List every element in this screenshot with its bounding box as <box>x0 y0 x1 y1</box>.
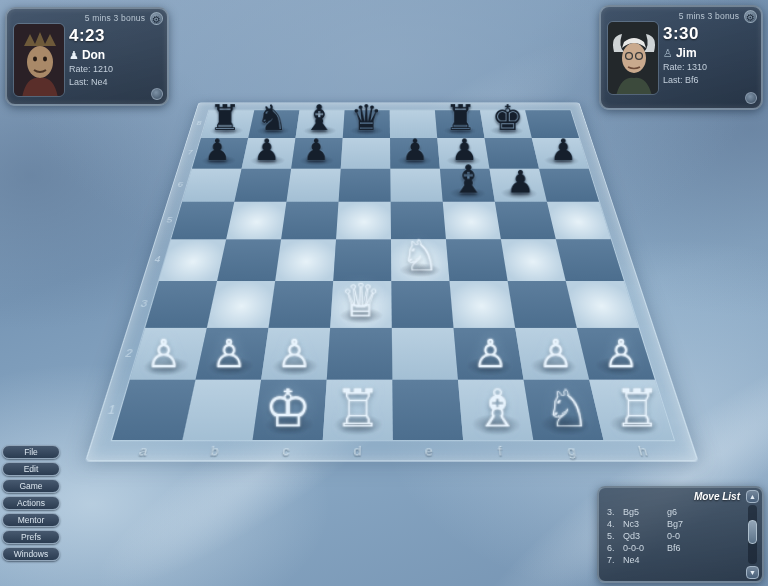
piece-shadow <box>339 307 383 323</box>
move-number[interactable]: 3. <box>607 506 623 518</box>
square-a7[interactable]: ♟ <box>192 138 248 168</box>
square-b7[interactable]: ♟ <box>242 138 296 168</box>
square-e3[interactable] <box>391 281 453 328</box>
piece-shadow <box>249 155 286 166</box>
piece-shadow <box>302 126 337 136</box>
piece-shadow <box>399 263 441 278</box>
white-pawn-icon: ♟ <box>69 49 79 62</box>
piece-shadow <box>443 126 478 136</box>
piece-shadow <box>263 414 315 435</box>
square-g7[interactable] <box>485 138 539 168</box>
square-h5[interactable] <box>547 202 611 239</box>
square-d8[interactable]: ♛ <box>343 110 390 138</box>
player-card-black: ⚙ 5 mins 3 bonus 3:30 ♙Jim Rate: 1310 La… <box>599 5 763 110</box>
black-clock: 3:30 <box>663 24 755 44</box>
file-label-h: h <box>605 444 680 458</box>
piece-shadow <box>465 357 514 375</box>
move-row-4: 4.Nc3Bg7 <box>607 518 740 530</box>
move-number[interactable]: 5. <box>607 530 623 542</box>
square-h7[interactable]: ♟ <box>532 138 589 168</box>
square-f8[interactable]: ♜ <box>435 110 485 138</box>
square-a5[interactable] <box>171 202 234 239</box>
black-move[interactable]: 0-0 <box>667 530 707 542</box>
square-a3[interactable] <box>145 281 217 328</box>
menu-button-edit[interactable]: Edit <box>2 462 60 476</box>
square-c8[interactable]: ♝ <box>296 110 345 138</box>
chessboard[interactable]: ♜♞♝♛♜♚♟♟♟♟♟♟♝♟♘♕♙♙♙♙♙♙♔♖♗♘♖ <box>111 110 676 442</box>
avatar-white-don <box>13 23 65 97</box>
square-e4[interactable]: ♘ <box>391 239 450 281</box>
black-move[interactable]: Bg7 <box>667 518 707 530</box>
piece-shadow <box>543 155 581 166</box>
black-move[interactable]: g6 <box>667 506 707 518</box>
menu-button-actions[interactable]: Actions <box>2 496 60 510</box>
white-move[interactable]: Bg5 <box>623 506 667 518</box>
piece-shadow <box>206 357 256 375</box>
piece-shadow <box>449 187 487 199</box>
white-move[interactable]: Ne4 <box>623 554 667 566</box>
badge-icon[interactable] <box>745 92 757 104</box>
black-last-move: Last: Bf6 <box>663 75 755 86</box>
square-f2[interactable]: ♙ <box>453 327 523 380</box>
white-rating: Rate: 1210 <box>69 64 161 75</box>
square-e5[interactable] <box>391 202 446 239</box>
square-c1[interactable]: ♔ <box>253 380 327 440</box>
white-move[interactable]: Nc3 <box>623 518 667 530</box>
move-list-scrollbar: ▲ ▼ <box>745 490 760 579</box>
move-row-5: 5.Qd30-0 <box>607 530 740 542</box>
square-d1[interactable]: ♖ <box>323 380 393 440</box>
file-label-f: f <box>464 444 537 458</box>
move-list-panel: Move List 3.Bg5g64.Nc3Bg75.Qd30-06.0-0-0… <box>597 486 764 583</box>
piece-shadow <box>208 126 244 136</box>
square-c5[interactable] <box>281 202 338 239</box>
square-f3[interactable] <box>449 281 515 328</box>
square-a8[interactable]: ♜ <box>201 110 254 138</box>
square-f5[interactable] <box>443 202 501 239</box>
white-move[interactable]: Qd3 <box>623 530 667 542</box>
square-d7[interactable] <box>341 138 391 168</box>
square-b2[interactable]: ♙ <box>195 327 268 380</box>
piece-shadow <box>529 357 579 375</box>
move-number[interactable]: 7. <box>607 554 623 566</box>
piece-shadow <box>255 126 290 136</box>
scrollbar-thumb[interactable] <box>748 520 757 544</box>
square-b3[interactable] <box>207 281 275 328</box>
piece-shadow <box>489 126 525 136</box>
time-control-label: 5 mins 3 bonus <box>69 13 161 23</box>
move-list-title: Move List <box>694 491 740 502</box>
black-move[interactable]: Bf6 <box>667 542 707 554</box>
square-d5[interactable] <box>336 202 391 239</box>
menu-stack: FileEditGameActionsMentorPrefsWindows <box>2 445 60 561</box>
square-e7[interactable]: ♟ <box>390 138 440 168</box>
square-f4[interactable] <box>446 239 508 281</box>
menu-button-file[interactable]: File <box>2 445 60 459</box>
square-c2[interactable]: ♙ <box>261 327 330 380</box>
piece-shadow <box>593 357 645 375</box>
square-h3[interactable] <box>566 281 639 328</box>
square-d2[interactable] <box>327 327 393 380</box>
move-number[interactable]: 6. <box>607 542 623 554</box>
square-c4[interactable] <box>275 239 336 281</box>
square-g8[interactable]: ♚ <box>480 110 532 138</box>
square-a2[interactable]: ♙ <box>130 327 207 380</box>
piece-shadow <box>539 414 593 435</box>
move-row-6: 6.0-0-0Bf6 <box>607 542 740 554</box>
menu-button-prefs[interactable]: Prefs <box>2 530 60 544</box>
board-rim: ♜♞♝♛♜♚♟♟♟♟♟♟♝♟♘♕♙♙♙♙♙♙♔♖♗♘♖ 87654321 abc… <box>85 102 699 461</box>
menu-button-mentor[interactable]: Mentor <box>2 513 60 527</box>
black-rating: Rate: 1310 <box>663 62 755 73</box>
square-g5[interactable] <box>495 202 556 239</box>
piece-shadow <box>333 414 383 435</box>
move-row-7: 7.Ne4 <box>607 554 740 566</box>
scrollbar-track[interactable] <box>748 505 757 564</box>
piece-shadow <box>446 155 483 166</box>
square-b6[interactable] <box>234 168 291 202</box>
square-c6[interactable] <box>286 168 340 202</box>
square-b8[interactable]: ♞ <box>248 110 299 138</box>
square-h8[interactable] <box>525 110 579 138</box>
piece-shadow <box>349 126 383 136</box>
move-number[interactable]: 4. <box>607 518 623 530</box>
file-label-a: a <box>106 444 181 458</box>
square-d4[interactable] <box>333 239 391 281</box>
square-g6[interactable]: ♟ <box>489 168 547 202</box>
white-last-move: Last: Ne4 <box>69 77 161 88</box>
black-player-name: ♙Jim <box>663 46 755 60</box>
piece-shadow <box>140 357 191 375</box>
piece-shadow <box>607 414 662 435</box>
square-b5[interactable] <box>226 202 286 239</box>
white-player-name: ♟Don <box>69 48 161 62</box>
square-b1[interactable] <box>182 380 261 440</box>
file-label-b: b <box>178 444 252 458</box>
badge-icon[interactable] <box>151 88 163 100</box>
square-a6[interactable] <box>182 168 241 202</box>
move-row-3: 3.Bg5g6 <box>607 506 740 518</box>
piece-shadow <box>470 414 522 435</box>
file-label-c: c <box>249 444 322 458</box>
player-card-white: ⚙ 5 mins 3 bonus 4:23 ♟Don Rate: 1210 La… <box>5 7 169 106</box>
square-f7[interactable]: ♟ <box>437 138 489 168</box>
file-label-g: g <box>535 444 609 458</box>
white-clock: 4:23 <box>69 26 161 46</box>
square-e2[interactable] <box>392 327 458 380</box>
square-d6[interactable] <box>339 168 391 202</box>
file-labels: abcdefgh <box>106 444 681 458</box>
file-label-d: d <box>321 444 393 458</box>
move-list-rows: 3.Bg5g64.Nc3Bg75.Qd30-06.0-0-0Bf67.Ne4 <box>607 506 740 566</box>
scroll-down-button[interactable]: ▼ <box>746 566 759 579</box>
square-g2[interactable]: ♙ <box>515 327 589 380</box>
menu-button-windows[interactable]: Windows <box>2 547 60 561</box>
white-move[interactable]: 0-0-0 <box>623 542 667 554</box>
square-e8[interactable] <box>390 110 438 138</box>
white-queen-d3: ♕ <box>330 275 391 326</box>
black-move[interactable] <box>667 554 707 566</box>
square-h4[interactable] <box>556 239 624 281</box>
square-h1[interactable]: ♖ <box>589 380 673 440</box>
square-f1[interactable]: ♗ <box>458 380 533 440</box>
piece-shadow <box>298 155 334 166</box>
piece-shadow <box>271 357 319 375</box>
square-c3[interactable] <box>269 281 334 328</box>
menu-button-game[interactable]: Game <box>2 479 60 493</box>
piece-shadow <box>397 155 433 166</box>
square-e6[interactable] <box>390 168 442 202</box>
time-control-label: 5 mins 3 bonus <box>663 11 755 21</box>
square-b4[interactable] <box>217 239 281 281</box>
square-e1[interactable] <box>392 380 463 440</box>
square-c7[interactable]: ♟ <box>291 138 343 168</box>
square-d3[interactable]: ♕ <box>330 281 392 328</box>
square-h6[interactable] <box>539 168 599 202</box>
piece-shadow <box>200 155 238 166</box>
file-label-e: e <box>393 444 465 458</box>
square-h2[interactable]: ♙ <box>577 327 655 380</box>
piece-shadow <box>500 187 539 199</box>
square-a4[interactable] <box>159 239 226 281</box>
avatar-black-jim <box>607 21 659 95</box>
square-g4[interactable] <box>501 239 566 281</box>
black-pawn-icon: ♙ <box>663 47 673 60</box>
scroll-up-button[interactable]: ▲ <box>746 490 759 503</box>
square-f6[interactable]: ♝ <box>440 168 495 202</box>
